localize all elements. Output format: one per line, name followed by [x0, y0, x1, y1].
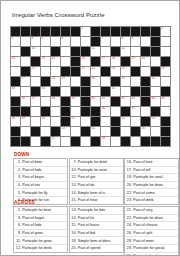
across-section-header: ACROSS: [14, 200, 35, 205]
clue-number: 22.: [125, 216, 132, 220]
cell-number: 36: [22, 97, 26, 101]
block-cell: [11, 97, 21, 107]
grid-cell[interactable]: [61, 137, 71, 147]
cell-number: 51: [72, 117, 76, 121]
cell-number: 15: [52, 57, 56, 61]
grid-cell[interactable]: 39: [71, 97, 81, 107]
clue-item: 10.Participle for write: [70, 167, 123, 175]
cell-number: 28: [52, 77, 56, 81]
grid-cell[interactable]: [51, 37, 61, 47]
clue-text: Participle for beat: [22, 208, 51, 212]
clue-item: 30.Participle for die: [125, 253, 178, 256]
clue-text: Past of bid: [78, 231, 95, 235]
grid-cell[interactable]: 42: [121, 97, 131, 107]
grid-cell[interactable]: 24: [111, 67, 121, 77]
clue-number: 26.: [125, 231, 132, 235]
block-cell: [81, 87, 91, 97]
grid-cell[interactable]: 33: [11, 87, 21, 97]
clue-item: 22.Past of come: [125, 189, 178, 197]
clue-number: 2.: [14, 168, 21, 172]
clue-number: 11.: [14, 239, 21, 243]
page-title: Irregular Verbs Crossword Puzzle: [12, 12, 105, 19]
clue-text: Participle for draw: [133, 183, 163, 187]
block-cell: [151, 37, 161, 47]
block-cell: [21, 47, 31, 57]
clue-item: 22.Participle for drive: [125, 215, 178, 223]
clue-text: Past of beat: [22, 160, 42, 164]
block-cell: [141, 87, 151, 97]
clue-number: 3.: [14, 216, 21, 220]
grid-cell[interactable]: 5: [41, 37, 51, 47]
grid-cell[interactable]: [71, 127, 81, 137]
clue-number: 12.: [70, 175, 77, 179]
clue-number: 14.: [70, 216, 77, 220]
grid-cell[interactable]: [101, 117, 111, 127]
clue-item: 7.Participle for drink: [70, 159, 123, 167]
grid-cell[interactable]: [161, 37, 171, 47]
clue-number: 28.: [125, 239, 132, 243]
cell-number: 53: [152, 117, 156, 121]
clue-item: 20.Participle for draw: [125, 182, 178, 190]
grid-cell[interactable]: [131, 117, 141, 127]
clue-number: 12.: [14, 246, 21, 250]
cell-number: 18: [112, 57, 116, 61]
clue-item: 14.Past of let: [70, 215, 123, 223]
grid-cell[interactable]: 54: [61, 127, 71, 137]
cell-number: 4: [32, 37, 34, 41]
clue-item: 13.Past of do: [70, 182, 123, 190]
clue-item: 6.Past of hide: [14, 222, 67, 230]
grid-cell[interactable]: [101, 77, 111, 87]
clue-item: 26.Past of split: [125, 230, 178, 238]
cell-number: 11: [92, 47, 95, 51]
clue-column: 13.Participle for bite14.Past of let15.P…: [69, 206, 124, 253]
block-cell: [81, 97, 91, 107]
across-clue-list: 1.Participle for beat3.Past of forget6.P…: [13, 206, 180, 256]
cell-number: 30: [92, 77, 96, 81]
clue-item: 13.Participle for bite: [70, 207, 123, 215]
grid-cell[interactable]: [81, 137, 91, 147]
clue-text: Past of do: [78, 183, 95, 187]
block-cell: [81, 127, 91, 137]
grid-cell[interactable]: 27: [21, 77, 31, 87]
block-cell: [111, 97, 121, 107]
clue-text: Past of hide: [22, 223, 41, 227]
cell-number: 17: [102, 57, 106, 61]
cell-number: 35: [112, 87, 116, 91]
cell-number: 29: [62, 77, 66, 81]
grid-cell[interactable]: 28: [51, 77, 61, 87]
grid-cell[interactable]: 47: [131, 107, 141, 117]
grid-cell[interactable]: [81, 117, 91, 127]
block-cell: [131, 127, 141, 137]
clue-text: Past of sing: [133, 208, 152, 212]
grid-cell[interactable]: 12: [121, 47, 131, 57]
clue-text: Participle for drink: [78, 160, 108, 164]
clue-number: 18.: [70, 239, 77, 243]
grid-cell[interactable]: [151, 127, 161, 137]
grid-cell[interactable]: [151, 57, 161, 67]
cell-number: 50: [42, 117, 46, 121]
clue-number: 13.: [70, 183, 77, 187]
clue-item: 15.Past of leave: [70, 222, 123, 230]
clue-item: 15.Past of hear: [70, 197, 123, 204]
cell-number: 20: [142, 57, 146, 61]
grid-cell[interactable]: 20: [141, 57, 151, 67]
block-cell: [141, 97, 151, 107]
grid-cell[interactable]: [61, 57, 71, 67]
grid-cell[interactable]: [31, 107, 41, 117]
worksheet-page: Irregular Verbs Crossword Puzzle 1234567…: [0, 0, 180, 256]
clue-item: 16.Past of lose: [125, 159, 178, 167]
clue-text: Simple form of is: [78, 191, 105, 195]
clue-number: 20.: [125, 183, 132, 187]
grid-cell[interactable]: [41, 97, 51, 107]
grid-cell[interactable]: [141, 67, 151, 77]
grid-cell[interactable]: 45: [161, 97, 171, 107]
block-cell: [141, 137, 151, 147]
clue-item: 3.Past of begin: [14, 174, 67, 182]
grid-cell[interactable]: 46: [101, 107, 111, 117]
clue-number: 7.: [70, 160, 77, 164]
block-cell: [71, 137, 81, 147]
clue-text: Participle for drive: [133, 216, 163, 220]
block-cell: [111, 127, 121, 137]
cell-number: 32: [152, 77, 156, 81]
clue-number: 4.: [14, 183, 21, 187]
clue-item: 24.Past of choose: [125, 222, 178, 230]
cell-number: 8: [122, 37, 124, 41]
cell-number: 25: [122, 67, 126, 71]
clue-item: 1.Past of beat: [14, 159, 67, 167]
clue-column: 1.Participle for beat3.Past of forget6.P…: [13, 206, 68, 253]
clue-item: 29.Participle for speak: [125, 245, 178, 253]
cell-number: 23: [92, 67, 96, 71]
grid-cell[interactable]: 3: [11, 37, 21, 47]
grid-cell[interactable]: 15: [51, 57, 61, 67]
block-cell: [161, 117, 171, 127]
clue-text: Participle for speak: [133, 246, 164, 250]
clue-text: Past of drink: [133, 198, 154, 202]
block-cell: [151, 27, 161, 37]
grid-cell[interactable]: 51: [71, 117, 81, 127]
grid-cell[interactable]: [51, 117, 61, 127]
clue-item: 23.Past of drink: [125, 197, 178, 204]
cell-number: 6: [62, 37, 64, 41]
clue-number: 15.: [70, 198, 77, 202]
clue-item: 12.Past of get: [70, 174, 123, 182]
grid-cell[interactable]: [21, 127, 31, 137]
clue-number: 24.: [125, 223, 132, 227]
grid-cell[interactable]: 10: [31, 47, 41, 57]
grid-cell[interactable]: 19: [131, 57, 141, 67]
grid-cell[interactable]: 6: [61, 37, 71, 47]
clue-number: 29.: [125, 246, 132, 250]
grid-cell[interactable]: 40: [91, 97, 101, 107]
clue-number: 17.: [125, 168, 132, 172]
clue-column: 21.Past of sing22.Participle for drive24…: [124, 206, 179, 256]
grid-cell[interactable]: 7: [101, 37, 111, 47]
grid-cell[interactable]: [111, 137, 121, 147]
clue-item: 17.Past of tell: [125, 167, 178, 175]
grid-cell[interactable]: 30: [91, 77, 101, 87]
grid-cell[interactable]: [21, 57, 31, 67]
clue-item: 3.Past of forget: [14, 215, 67, 223]
cell-number: 7: [102, 37, 104, 41]
grid-cell[interactable]: [131, 137, 141, 147]
block-cell: [51, 27, 61, 37]
grid-cell[interactable]: [71, 77, 81, 87]
clue-number: 13.: [70, 208, 77, 212]
grid-cell[interactable]: 32: [151, 77, 161, 87]
grid-cell[interactable]: 31: [121, 77, 131, 87]
grid-cell[interactable]: [161, 107, 171, 117]
crossword-grid: 1234567891011121314151617181920212223242…: [10, 26, 171, 147]
grid-cell[interactable]: 44: [151, 97, 161, 107]
block-cell: [111, 117, 121, 127]
grid-cell[interactable]: [141, 107, 151, 117]
block-cell: [151, 137, 161, 147]
grid-cell[interactable]: [61, 87, 71, 97]
grid-cell[interactable]: 53: [151, 117, 161, 127]
clue-number: 16.: [125, 160, 132, 164]
block-cell: [11, 127, 21, 137]
grid-cell[interactable]: 11: [91, 47, 101, 57]
grid-cell[interactable]: [21, 37, 31, 47]
clue-number: 9.: [14, 231, 21, 235]
grid-cell[interactable]: [51, 107, 61, 117]
clue-text: Participle for steal: [133, 175, 162, 179]
clue-text: Past of forget: [22, 216, 44, 220]
cell-number: 12: [122, 47, 126, 51]
clue-text: Past of meet: [133, 239, 154, 243]
clue-number: 1.: [14, 160, 21, 164]
clue-number: 22.: [125, 191, 132, 195]
cell-number: 19: [132, 57, 136, 61]
grid-cell[interactable]: 22: [81, 67, 91, 77]
grid-cell[interactable]: 34: [41, 87, 51, 97]
cell-number: 14: [42, 57, 46, 61]
clue-text: Past of eat: [22, 183, 40, 187]
grid-cell[interactable]: 56: [141, 127, 151, 137]
cell-number: 27: [22, 77, 26, 81]
down-clue-list: 1.Past of beat2.Past of hide3.Past of be…: [13, 158, 180, 205]
clue-item: 21.Past of sing: [125, 207, 178, 215]
grid-cell[interactable]: 37: [31, 97, 41, 107]
grid-cell[interactable]: [31, 117, 41, 127]
cell-number: 1: [82, 27, 84, 31]
grid-cell[interactable]: 26: [161, 67, 171, 77]
grid-cell[interactable]: [71, 37, 81, 47]
cell-number: 56: [142, 127, 146, 131]
block-cell: [111, 27, 121, 37]
grid-cell[interactable]: 57: [51, 137, 61, 147]
grid-cell[interactable]: 35: [111, 87, 121, 97]
block-cell: [91, 27, 101, 37]
grid-cell[interactable]: [111, 37, 121, 47]
cell-number: 34: [42, 87, 46, 91]
clue-item: 5.Participle for fly: [14, 189, 67, 197]
clue-text: Past of lose: [133, 160, 152, 164]
grid-cell[interactable]: [161, 77, 171, 87]
block-cell: [71, 27, 81, 37]
cell-number: 3: [12, 37, 14, 41]
clue-item: 1.Participle for beat: [14, 207, 67, 215]
clue-text: Past of let: [78, 216, 94, 220]
cell-number: 38: [52, 97, 56, 101]
block-cell: [141, 27, 151, 37]
cell-number: 48: [12, 117, 16, 121]
cell-number: 57: [52, 137, 56, 141]
clue-text: Simple form of does: [78, 239, 111, 243]
cell-number: 44: [152, 97, 156, 101]
clue-item: 19.Participle for steal: [125, 174, 178, 182]
clue-text: Past of hide: [22, 168, 41, 172]
cell-number: 13: [12, 57, 16, 61]
block-cell: [121, 137, 131, 147]
block-cell: [71, 67, 81, 77]
clue-text: Participle for bite: [78, 208, 105, 212]
clue-number: 14.: [70, 191, 77, 195]
clue-text: Past of split: [133, 231, 152, 235]
block-cell: [11, 137, 21, 147]
grid-cell[interactable]: 29: [61, 77, 71, 87]
grid-cell[interactable]: 38: [51, 97, 61, 107]
grid-cell[interactable]: [61, 47, 71, 57]
cell-number: 40: [92, 97, 96, 101]
block-cell: [101, 67, 111, 77]
clue-number: 1.: [14, 208, 21, 212]
cell-number: 37: [32, 97, 36, 101]
grid-cell[interactable]: [121, 127, 131, 137]
cell-number: 33: [12, 87, 16, 91]
clue-column: 1.Past of beat2.Past of hide3.Past of be…: [13, 158, 68, 205]
grid-cell[interactable]: [11, 67, 21, 77]
grid-cell[interactable]: 48: [11, 117, 21, 127]
grid-cell[interactable]: 1: [81, 27, 91, 37]
clue-item: 14.Simple form of is: [70, 189, 123, 197]
clue-number: 23.: [125, 198, 132, 202]
grid-cell[interactable]: 36: [21, 97, 31, 107]
clue-text: Past of begin: [22, 175, 44, 179]
block-cell: [91, 107, 101, 117]
grid-cell[interactable]: [131, 77, 141, 87]
block-cell: [161, 137, 171, 147]
cell-number: 55: [92, 127, 96, 131]
block-cell: [151, 47, 161, 57]
cell-number: 39: [72, 97, 76, 101]
block-cell: [131, 67, 141, 77]
clue-item: 11.Participle for grow: [14, 237, 67, 245]
grid-cell[interactable]: [41, 127, 51, 137]
block-cell: [161, 127, 171, 137]
grid-cell[interactable]: [31, 77, 41, 87]
grid-cell[interactable]: 58: [101, 137, 111, 147]
clue-text: Past of tell: [133, 168, 150, 172]
clue-item: 2.Past of hide: [14, 167, 67, 175]
clue-text: Participle for fly: [22, 191, 47, 195]
clue-number: 16.: [70, 231, 77, 235]
grid-cell[interactable]: 14: [41, 57, 51, 67]
clue-text: Past of hear: [78, 198, 98, 202]
clue-text: Participle for grow: [22, 239, 52, 243]
cell-number: 26: [162, 67, 166, 71]
cell-number: 2: [162, 27, 164, 31]
block-cell: [21, 27, 31, 37]
block-cell: [61, 97, 71, 107]
clue-text: Participle for write: [78, 168, 107, 172]
grid-cell[interactable]: 17: [101, 57, 111, 67]
block-cell: [61, 107, 71, 117]
clue-number: 5.: [14, 191, 21, 195]
clue-text: Past of come: [133, 191, 155, 195]
grid-cell[interactable]: 2: [161, 27, 171, 37]
grid-cell[interactable]: 13: [11, 57, 21, 67]
clue-item: 18.Simple form of does: [70, 237, 123, 245]
cell-number: 49: [22, 117, 26, 121]
clue-column: 16.Past of lose17.Past of tell19.Partici…: [124, 158, 179, 205]
block-cell: [141, 77, 151, 87]
grid-cell[interactable]: 52: [121, 117, 131, 127]
clue-item: 4.Past of eat: [14, 182, 67, 190]
cell-number: 43: [132, 97, 136, 101]
clue-number: 15.: [70, 223, 77, 227]
clue-number: 21.: [125, 208, 132, 212]
clue-text: Past of grow: [22, 231, 43, 235]
cell-number: 9: [132, 37, 134, 41]
clue-text: Past of get: [78, 175, 96, 179]
cell-number: 16: [82, 57, 86, 61]
clue-text: Past of choose: [133, 223, 157, 227]
grid-cell[interactable]: 50: [41, 117, 51, 127]
cell-number: 54: [62, 127, 66, 131]
block-cell: [81, 107, 91, 117]
down-section-header: DOWN: [14, 152, 29, 157]
cell-number: 58: [102, 137, 106, 141]
cell-number: 21: [32, 67, 36, 71]
clue-text: Participle for drink: [22, 246, 52, 250]
clue-column: 7.Participle for drink10.Participle for …: [69, 158, 124, 205]
clue-item: 12.Participle for drink: [14, 245, 67, 252]
cell-number: 31: [122, 77, 126, 81]
grid-cell[interactable]: [41, 67, 51, 77]
block-cell: [71, 47, 81, 57]
clue-text: Past of leave: [78, 223, 99, 227]
cell-number: 10: [32, 47, 36, 51]
clue-item: 28.Past of meet: [125, 237, 178, 245]
grid-cell[interactable]: [111, 107, 121, 117]
clue-number: 10.: [70, 168, 77, 172]
clue-item: 20.Past of spend: [70, 245, 123, 252]
grid-cell[interactable]: 49: [21, 117, 31, 127]
cell-number: 42: [122, 97, 126, 101]
grid-cell[interactable]: [81, 37, 91, 47]
cell-number: 52: [122, 117, 126, 121]
grid-cell[interactable]: 55: [91, 127, 101, 137]
clue-text: Past of spend: [78, 246, 101, 250]
clue-number: 6.: [14, 223, 21, 227]
cell-number: 46: [102, 107, 106, 111]
grid-cell[interactable]: [141, 37, 151, 47]
block-cell: [21, 137, 31, 147]
grid-cell[interactable]: [31, 137, 41, 147]
grid-cell[interactable]: 21: [31, 67, 41, 77]
clue-number: 3.: [14, 175, 21, 179]
cell-number: 47: [132, 107, 136, 111]
grid-cell[interactable]: [161, 47, 171, 57]
grid-cell[interactable]: 9: [131, 37, 141, 47]
block-cell: [71, 57, 81, 67]
